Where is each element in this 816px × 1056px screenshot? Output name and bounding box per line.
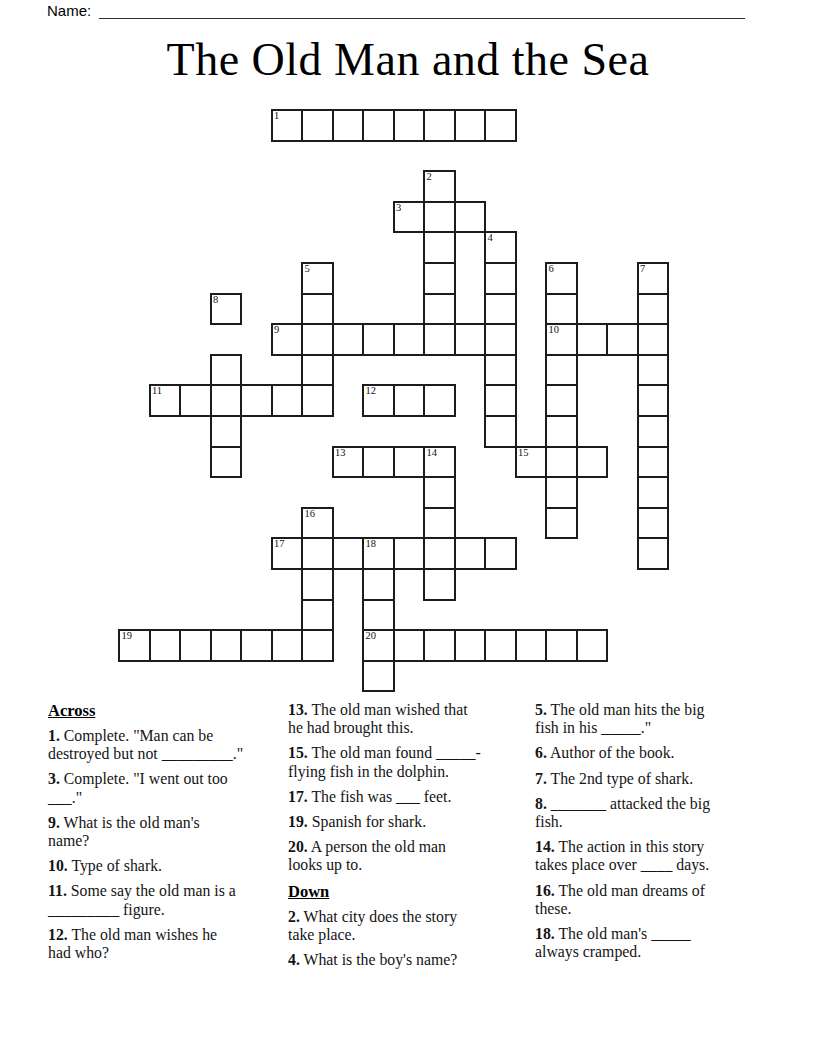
grid-cell-r6c12[interactable] xyxy=(484,293,517,326)
clue-across-20-text: A person the old man looks up to. xyxy=(288,838,446,873)
grid-cell-r5c14[interactable]: 6 xyxy=(545,262,578,295)
grid-cell-r14c7[interactable] xyxy=(332,537,365,570)
clue-number-1: 1 xyxy=(274,110,279,122)
grid-cell-r7c11[interactable] xyxy=(454,323,487,356)
grid-cell-r14c6[interactable] xyxy=(301,537,334,570)
grid-cell-r17c5[interactable] xyxy=(271,629,304,662)
clue-across-3-text: Complete. "I went out too ___." xyxy=(48,770,228,805)
clue-across-9-text: What is the old man's name? xyxy=(48,814,200,849)
clue-across-11-text: Some say the old man is a _________ figu… xyxy=(48,882,236,917)
grid-cell-r3c10[interactable] xyxy=(423,201,456,234)
grid-cell-r16c8[interactable] xyxy=(362,599,395,632)
grid-cell-r11c3[interactable] xyxy=(210,446,243,479)
grid-cell-r7c8[interactable] xyxy=(362,323,395,356)
clue-number-12: 12 xyxy=(366,385,377,397)
clue-number-16: 16 xyxy=(305,508,316,520)
grid-cell-r9c17[interactable] xyxy=(637,384,670,417)
clue-across-12: 12. The old man wishes he had who? xyxy=(48,926,272,962)
name-label: Name: xyxy=(47,2,91,19)
grid-cell-r17c1[interactable] xyxy=(149,629,182,662)
grid-cell-r7c14[interactable]: 10 xyxy=(545,323,578,356)
clue-down-7-number: 7. xyxy=(535,770,547,787)
grid-cell-r14c10[interactable] xyxy=(423,537,456,570)
grid-cell-r17c3[interactable] xyxy=(210,629,243,662)
grid-cell-r6c10[interactable] xyxy=(423,293,456,326)
clue-across-13: 13. The old man wished that he had broug… xyxy=(288,701,518,737)
clues-column-1: Across1. Complete. "Man can be destroyed… xyxy=(48,701,272,969)
clue-across-10: 10. Type of shark. xyxy=(48,857,272,875)
clue-down-7: 7. The 2nd type of shark. xyxy=(535,770,757,788)
grid-cell-r7c12[interactable] xyxy=(484,323,517,356)
clue-number-3: 3 xyxy=(396,202,401,214)
grid-cell-r8c14[interactable] xyxy=(545,354,578,387)
clues-column-2: 13. The old man wished that he had broug… xyxy=(288,701,518,976)
clue-down-14: 14. The action in this story takes place… xyxy=(535,838,757,874)
grid-cell-r15c8[interactable] xyxy=(362,568,395,601)
grid-cell-r0c11[interactable] xyxy=(454,109,487,142)
clue-number-18: 18 xyxy=(366,538,377,550)
grid-cell-r0c5[interactable]: 1 xyxy=(271,109,304,142)
grid-cell-r10c12[interactable] xyxy=(484,415,517,448)
grid-cell-r12c14[interactable] xyxy=(545,476,578,509)
clue-across-12-text: The old man wishes he had who? xyxy=(48,926,217,961)
clue-down-2-text: What city does the story take place. xyxy=(288,908,457,943)
grid-cell-r17c6[interactable] xyxy=(301,629,334,662)
grid-cell-r17c9[interactable] xyxy=(393,629,426,662)
clue-down-7-text: The 2nd type of shark. xyxy=(547,770,693,787)
clue-down-6: 6. Author of the book. xyxy=(535,744,757,762)
clue-down-2: 2. What city does the story take place. xyxy=(288,908,518,944)
grid-cell-r9c9[interactable] xyxy=(393,384,426,417)
name-blank-line[interactable] xyxy=(99,1,745,19)
grid-cell-r5c10[interactable] xyxy=(423,262,456,295)
grid-cell-r7c9[interactable] xyxy=(393,323,426,356)
clue-across-1-text: Complete. "Man can be destroyed but not … xyxy=(48,727,243,762)
grid-cell-r7c6[interactable] xyxy=(301,323,334,356)
clue-across-1: 1. Complete. "Man can be destroyed but n… xyxy=(48,727,272,763)
clue-number-2: 2 xyxy=(427,171,432,183)
clue-number-17: 17 xyxy=(274,538,285,550)
grid-cell-r8c3[interactable] xyxy=(210,354,243,387)
grid-cell-r10c14[interactable] xyxy=(545,415,578,448)
grid-cell-r0c8[interactable] xyxy=(362,109,395,142)
clue-down-8-number: 8. xyxy=(535,795,547,812)
grid-cell-r14c9[interactable] xyxy=(393,537,426,570)
grid-cell-r10c3[interactable] xyxy=(210,415,243,448)
clue-across-10-text: Type of shark. xyxy=(68,857,162,874)
clue-down-2-number: 2. xyxy=(288,908,300,925)
grid-cell-r11c8[interactable] xyxy=(362,446,395,479)
grid-cell-r16c6[interactable] xyxy=(301,599,334,632)
clue-across-17-text: The fish was ___ feet. xyxy=(308,788,452,805)
clue-across-15-number: 15. xyxy=(288,744,308,761)
grid-cell-r9c4[interactable] xyxy=(240,384,273,417)
grid-cell-r11c17[interactable] xyxy=(637,446,670,479)
grid-cell-r14c5[interactable]: 17 xyxy=(271,537,304,570)
grid-cell-r9c6[interactable] xyxy=(301,384,334,417)
grid-cell-r8c17[interactable] xyxy=(637,354,670,387)
clue-number-20: 20 xyxy=(366,630,377,642)
crossword-worksheet-page: Name: The Old Man and the Sea 1234567891… xyxy=(0,0,816,1056)
grid-cell-r9c8[interactable]: 12 xyxy=(362,384,395,417)
down-header: Down xyxy=(288,882,518,902)
grid-cell-r9c2[interactable] xyxy=(179,384,212,417)
grid-cell-r13c6[interactable]: 16 xyxy=(301,507,334,540)
crossword-grid: 1234567891011121314151617181920 xyxy=(119,110,671,693)
clue-down-4-number: 4. xyxy=(288,951,300,968)
grid-cell-r17c12[interactable] xyxy=(484,629,517,662)
grid-cell-r9c14[interactable] xyxy=(545,384,578,417)
clue-number-13: 13 xyxy=(335,447,346,459)
grid-cell-r17c4[interactable] xyxy=(240,629,273,662)
grid-cell-r18c8[interactable] xyxy=(362,660,395,693)
grid-cell-r11c13[interactable]: 15 xyxy=(515,446,548,479)
grid-cell-r12c10[interactable] xyxy=(423,476,456,509)
grid-cell-r8c6[interactable] xyxy=(301,354,334,387)
clue-number-7: 7 xyxy=(640,263,645,275)
clue-across-20-number: 20. xyxy=(288,838,308,855)
grid-cell-r12c17[interactable] xyxy=(637,476,670,509)
clue-number-8: 8 xyxy=(213,294,218,306)
clue-down-6-text: Author of the book. xyxy=(547,744,675,761)
grid-cell-r4c10[interactable] xyxy=(423,231,456,264)
grid-cell-r0c12[interactable] xyxy=(484,109,517,142)
grid-cell-r7c5[interactable]: 9 xyxy=(271,323,304,356)
grid-cell-r11c10[interactable]: 14 xyxy=(423,446,456,479)
grid-cell-r14c11[interactable] xyxy=(454,537,487,570)
clue-number-4: 4 xyxy=(488,232,493,244)
grid-cell-r6c14[interactable] xyxy=(545,293,578,326)
grid-cell-r3c9[interactable]: 3 xyxy=(393,201,426,234)
grid-cell-r15c10[interactable] xyxy=(423,568,456,601)
grid-cell-r5c6[interactable]: 5 xyxy=(301,262,334,295)
clue-down-16-number: 16. xyxy=(535,882,555,899)
clue-across-20: 20. A person the old man looks up to. xyxy=(288,838,518,874)
page-title: The Old Man and the Sea xyxy=(0,33,816,86)
grid-cell-r7c10[interactable] xyxy=(423,323,456,356)
grid-cell-r7c15[interactable] xyxy=(576,323,609,356)
clue-down-5-number: 5. xyxy=(535,701,547,718)
clue-down-4-text: What is the boy's name? xyxy=(300,951,457,968)
clue-across-3: 3. Complete. "I went out too ___." xyxy=(48,770,272,806)
clue-down-8-text: _______ attacked the big fish. xyxy=(535,795,710,830)
clue-across-13-text: The old man wished that he had brought t… xyxy=(288,701,468,736)
grid-cell-r9c12[interactable] xyxy=(484,384,517,417)
clue-down-4: 4. What is the boy's name? xyxy=(288,951,518,969)
grid-cell-r0c10[interactable] xyxy=(423,109,456,142)
grid-cell-r9c1[interactable]: 11 xyxy=(149,384,182,417)
clue-across-19-text: Spanish for shark. xyxy=(308,813,426,830)
grid-cell-r8c12[interactable] xyxy=(484,354,517,387)
clue-number-5: 5 xyxy=(305,263,310,275)
clue-across-9-number: 9. xyxy=(48,814,60,831)
grid-cell-r15c6[interactable] xyxy=(301,568,334,601)
grid-cell-r9c3[interactable] xyxy=(210,384,243,417)
grid-cell-r17c11[interactable] xyxy=(454,629,487,662)
clue-down-5: 5. The old man hits the big fish in his … xyxy=(535,701,757,737)
clue-across-12-number: 12. xyxy=(48,926,68,943)
grid-cell-r10c17[interactable] xyxy=(637,415,670,448)
clue-across-17-number: 17. xyxy=(288,788,308,805)
clue-number-9: 9 xyxy=(274,324,279,336)
grid-cell-r5c12[interactable] xyxy=(484,262,517,295)
clue-across-1-number: 1. xyxy=(48,727,60,744)
clue-down-18: 18. The old man's _____ always cramped. xyxy=(535,925,757,961)
clue-down-16: 16. The old man dreams of these. xyxy=(535,882,757,918)
clue-across-13-number: 13. xyxy=(288,701,308,718)
grid-cell-r6c17[interactable] xyxy=(637,293,670,326)
grid-cell-r11c14[interactable] xyxy=(545,446,578,479)
clue-across-11: 11. Some say the old man is a _________ … xyxy=(48,882,272,918)
grid-cell-r4c12[interactable]: 4 xyxy=(484,231,517,264)
clue-across-15: 15. The old man found _____- flying fish… xyxy=(288,744,518,780)
clue-down-8: 8. _______ attacked the big fish. xyxy=(535,795,757,831)
grid-cell-r9c5[interactable] xyxy=(271,384,304,417)
grid-cell-r0c9[interactable] xyxy=(393,109,426,142)
clues-column-3: 5. The old man hits the big fish in his … xyxy=(535,701,757,968)
grid-cell-r6c6[interactable] xyxy=(301,293,334,326)
clue-down-14-number: 14. xyxy=(535,838,555,855)
grid-cell-r11c9[interactable] xyxy=(393,446,426,479)
clue-number-10: 10 xyxy=(549,324,560,336)
clue-number-11: 11 xyxy=(152,385,162,397)
grid-cell-r0c7[interactable] xyxy=(332,109,365,142)
clue-number-15: 15 xyxy=(518,447,529,459)
grid-cell-r17c13[interactable] xyxy=(515,629,548,662)
grid-cell-r13c14[interactable] xyxy=(545,507,578,540)
clue-across-9: 9. What is the old man's name? xyxy=(48,814,272,850)
clue-across-17: 17. The fish was ___ feet. xyxy=(288,788,518,806)
grid-cell-r9c10[interactable] xyxy=(423,384,456,417)
clue-across-19-number: 19. xyxy=(288,813,308,830)
grid-cell-r7c16[interactable] xyxy=(606,323,639,356)
grid-cell-r14c8[interactable]: 18 xyxy=(362,537,395,570)
grid-cell-r13c17[interactable] xyxy=(637,507,670,540)
clue-down-5-text: The old man hits the big fish in his ___… xyxy=(535,701,705,736)
clue-down-16-text: The old man dreams of these. xyxy=(535,882,705,917)
clue-down-18-number: 18. xyxy=(535,925,555,942)
grid-cell-r6c3[interactable]: 8 xyxy=(210,293,243,326)
grid-cell-r11c7[interactable]: 13 xyxy=(332,446,365,479)
grid-cell-r2c10[interactable]: 2 xyxy=(423,170,456,203)
grid-cell-r17c8[interactable]: 20 xyxy=(362,629,395,662)
grid-cell-r13c10[interactable] xyxy=(423,507,456,540)
clue-across-10-number: 10. xyxy=(48,857,68,874)
grid-cell-r17c15[interactable] xyxy=(576,629,609,662)
grid-cell-r5c17[interactable]: 7 xyxy=(637,262,670,295)
grid-cell-r17c14[interactable] xyxy=(545,629,578,662)
grid-cell-r7c17[interactable] xyxy=(637,323,670,356)
clue-across-19: 19. Spanish for shark. xyxy=(288,813,518,831)
clue-down-14-text: The action in this story takes place ove… xyxy=(535,838,709,873)
clue-across-15-text: The old man found _____- flying fish in … xyxy=(288,744,481,779)
grid-cell-r7c7[interactable] xyxy=(332,323,365,356)
clue-down-6-number: 6. xyxy=(535,744,547,761)
grid-cell-r17c10[interactable] xyxy=(423,629,456,662)
grid-cell-r14c12[interactable] xyxy=(484,537,517,570)
grid-cell-r11c15[interactable] xyxy=(576,446,609,479)
clue-number-19: 19 xyxy=(122,630,133,642)
grid-cell-r0c6[interactable] xyxy=(301,109,334,142)
grid-cell-r14c17[interactable] xyxy=(637,537,670,570)
clue-across-3-number: 3. xyxy=(48,770,60,787)
grid-cell-r17c2[interactable] xyxy=(179,629,212,662)
grid-cell-r3c11[interactable] xyxy=(454,201,487,234)
grid-cell-r17c0[interactable]: 19 xyxy=(118,629,151,662)
clue-across-11-number: 11. xyxy=(48,882,67,899)
clue-number-14: 14 xyxy=(427,447,438,459)
clue-number-6: 6 xyxy=(549,263,554,275)
across-header: Across xyxy=(48,701,272,721)
clue-down-18-text: The old man's _____ always cramped. xyxy=(535,925,691,960)
